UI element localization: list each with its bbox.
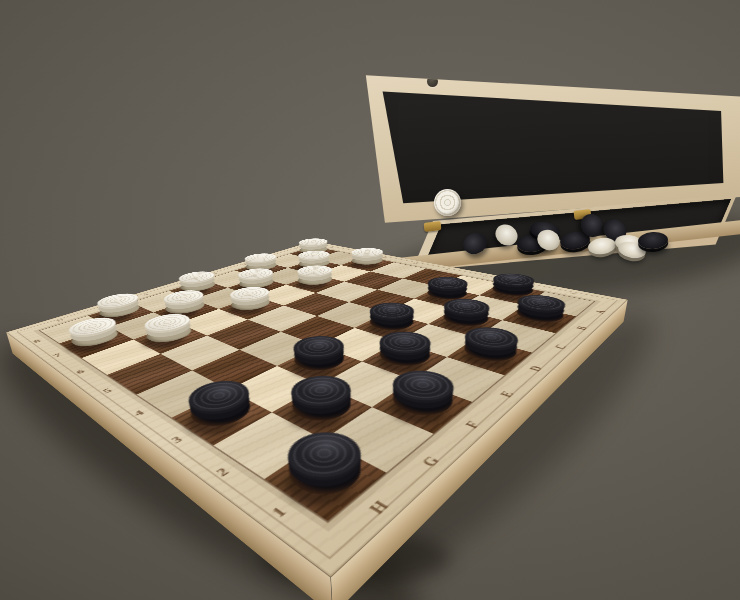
checkers-board: 87654321 ABCDEFGH 87654321 ABCDEFGH ⛀⛀⛀⛀… xyxy=(6,241,627,577)
board-perspective: 87654321 ABCDEFGH 87654321 ABCDEFGH ⛀⛀⛀⛀… xyxy=(0,0,740,600)
scene: 87654321 ABCDEFGH 87654321 ABCDEFGH ⛀⛀⛀⛀… xyxy=(0,0,740,600)
